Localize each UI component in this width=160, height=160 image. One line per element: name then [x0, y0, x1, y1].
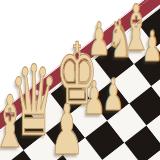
white-pawn: ♟ — [142, 26, 160, 68]
pieces-layer: ♝♛♟♚♟♟♟♞♝♟ — [0, 0, 160, 160]
white-pawn: ♟ — [83, 75, 106, 121]
white-pawn: ♟ — [102, 73, 124, 117]
white-pawn: ♟ — [50, 95, 85, 160]
white-knight: ♞ — [107, 13, 133, 65]
chess-set-photo: ——————— ——————— ——————— ♜♞♝♛♚ ♝♛♟♚♟♟♟♞♝♟ — [0, 0, 160, 160]
